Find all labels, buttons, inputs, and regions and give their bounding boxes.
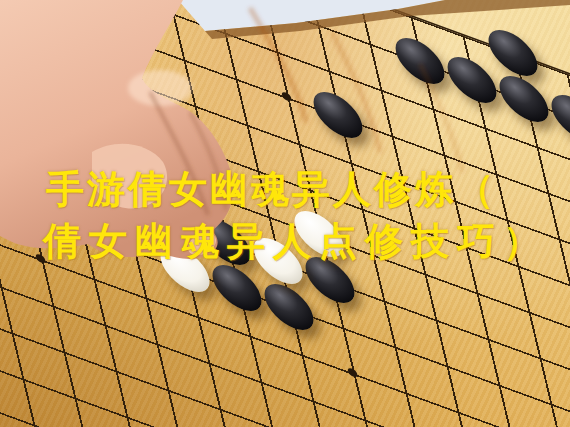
title-overlay-line1: 手游倩女幽魂异人修炼（ [46,170,497,208]
hand-layer [0,0,570,427]
photo-frame: 手游倩女幽魂异人修炼（ 倩女幽魂异人点修技巧） [0,0,570,427]
title-overlay-line2: 倩女幽魂异人点修技巧） [43,222,549,260]
